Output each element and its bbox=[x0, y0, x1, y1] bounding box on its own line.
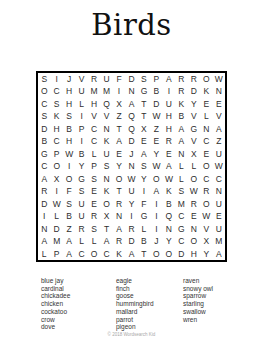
grid-cell-r10c3: F bbox=[63, 185, 75, 197]
grid-cell-r14c13: O bbox=[188, 235, 200, 247]
grid-cell-r9c10: O bbox=[150, 173, 162, 185]
grid-cell-r15c5: O bbox=[88, 248, 100, 260]
grid-cell-r15c9: T bbox=[138, 248, 150, 260]
grid-cell-r11c10: I bbox=[150, 198, 162, 210]
grid-cell-r8c5: P bbox=[88, 160, 100, 172]
grid-cell-r2c10: B bbox=[150, 85, 162, 97]
grid-cell-r2c14: K bbox=[200, 85, 212, 97]
grid-cell-r10c7: T bbox=[113, 185, 125, 197]
word-item: crow bbox=[41, 316, 116, 324]
grid-cell-r2c7: I bbox=[113, 85, 125, 97]
grid-cell-r4c14: L bbox=[200, 110, 212, 122]
word-item: goose bbox=[116, 292, 183, 300]
grid-cell-r3c8: A bbox=[125, 98, 137, 110]
grid-cell-r5c6: N bbox=[100, 123, 112, 135]
grid-cell-r4c7: Z bbox=[113, 110, 125, 122]
grid-cell-r5c3: B bbox=[63, 123, 75, 135]
grid-cell-r13c8: R bbox=[125, 223, 137, 235]
grid-cell-r13c13: N bbox=[188, 223, 200, 235]
grid-cell-r1c5: R bbox=[88, 73, 100, 85]
grid-cell-r7c1: G bbox=[38, 148, 50, 160]
grid-cell-r11c11: B bbox=[163, 198, 175, 210]
grid-cell-r9c2: X bbox=[50, 173, 62, 185]
grid-cell-r11c1: D bbox=[38, 198, 50, 210]
grid-cell-r15c10: O bbox=[150, 248, 162, 260]
grid-cell-r5c10: Z bbox=[150, 123, 162, 135]
grid-cell-r6c11: R bbox=[163, 135, 175, 147]
word-item: dove bbox=[41, 323, 116, 331]
grid-cell-r8c11: A bbox=[163, 160, 175, 172]
grid-cell-r10c10: A bbox=[150, 185, 162, 197]
grid-cell-r10c6: K bbox=[100, 185, 112, 197]
grid-cell-r15c12: D bbox=[175, 248, 187, 260]
grid-cell-r14c7: R bbox=[113, 235, 125, 247]
word-item: blue jay bbox=[41, 277, 116, 285]
word-item: hummingbird bbox=[116, 300, 183, 308]
grid-cell-r3c1: C bbox=[38, 98, 50, 110]
grid-cell-r9c7: O bbox=[113, 173, 125, 185]
grid-cell-r14c15: M bbox=[213, 235, 225, 247]
grid-cell-r13c14: V bbox=[200, 223, 212, 235]
grid-cell-r5c2: H bbox=[50, 123, 62, 135]
grid-cell-r3c14: E bbox=[200, 98, 212, 110]
grid-cell-r13c1: N bbox=[38, 223, 50, 235]
grid-cell-r8c9: S bbox=[138, 160, 150, 172]
grid-cell-r10c15: N bbox=[213, 185, 225, 197]
grid-cell-r15c7: K bbox=[113, 248, 125, 260]
grid-cell-r14c11: Y bbox=[163, 235, 175, 247]
grid-cell-r8c2: O bbox=[50, 160, 62, 172]
grid-cell-r10c2: I bbox=[50, 185, 62, 197]
grid-cell-r4c13: V bbox=[188, 110, 200, 122]
word-list-column-3: ravensnowy owlsparrowstarlingswallowwren bbox=[183, 277, 243, 331]
grid-cell-r3c12: K bbox=[175, 98, 187, 110]
grid-cell-r5c5: C bbox=[88, 123, 100, 135]
grid-cell-r12c15: E bbox=[213, 210, 225, 222]
grid-cell-r1c11: A bbox=[163, 73, 175, 85]
word-item: parrot bbox=[116, 316, 183, 324]
grid-cell-r4c4: I bbox=[75, 110, 87, 122]
word-list: blue jaycardinalchickadeechickencockatoo… bbox=[41, 277, 251, 331]
grid-cell-r6c4: I bbox=[75, 135, 87, 147]
grid-cell-r13c10: I bbox=[150, 223, 162, 235]
grid-cell-r4c1: S bbox=[38, 110, 50, 122]
grid-cell-r15c15: A bbox=[213, 248, 225, 260]
grid-cell-r10c14: R bbox=[200, 185, 212, 197]
grid-cell-r7c4: B bbox=[75, 148, 87, 160]
word-item: starling bbox=[183, 300, 243, 308]
grid-cell-r11c12: M bbox=[175, 198, 187, 210]
grid-cell-r2c4: U bbox=[75, 85, 87, 97]
grid-cell-r1c1: S bbox=[38, 73, 50, 85]
grid-cell-r15c6: C bbox=[100, 248, 112, 260]
grid-cell-r15c14: Y bbox=[200, 248, 212, 260]
word-list-column-2: eaglefinchgoosehummingbirdmallardparrotp… bbox=[116, 277, 183, 331]
grid-cell-r9c1: A bbox=[38, 173, 50, 185]
word-search-grid: SIJVRUFDSPARROWOCHUMMINGBIRDKNCSHLHQXATD… bbox=[36, 71, 227, 262]
grid-cell-r14c5: L bbox=[88, 235, 100, 247]
grid-cell-r5c4: P bbox=[75, 123, 87, 135]
grid-cell-r4c2: K bbox=[50, 110, 62, 122]
grid-cell-r4c3: S bbox=[63, 110, 75, 122]
grid-cell-r3c7: X bbox=[113, 98, 125, 110]
grid-cell-r13c12: G bbox=[175, 223, 187, 235]
grid-cell-r13c2: D bbox=[50, 223, 62, 235]
grid-cell-r15c8: A bbox=[125, 248, 137, 260]
grid-cell-r5c12: A bbox=[175, 123, 187, 135]
grid-cell-r8c7: Y bbox=[113, 160, 125, 172]
grid-cell-r9c14: C bbox=[200, 173, 212, 185]
grid-cell-r5c7: T bbox=[113, 123, 125, 135]
grid-cell-r7c14: E bbox=[200, 148, 212, 160]
grid-cell-r12c5: R bbox=[88, 210, 100, 222]
grid-cell-r6c9: E bbox=[138, 135, 150, 147]
word-item: sparrow bbox=[183, 292, 243, 300]
grid-cell-r6c5: C bbox=[88, 135, 100, 147]
grid-cell-r15c11: O bbox=[163, 248, 175, 260]
grid-cell-r1c3: J bbox=[63, 73, 75, 85]
grid-cell-r7c7: E bbox=[113, 148, 125, 160]
grid-cell-r7c11: E bbox=[163, 148, 175, 160]
grid-cell-r8c12: L bbox=[175, 160, 187, 172]
grid-cell-r9c13: O bbox=[188, 173, 200, 185]
grid-cell-r6c10: E bbox=[150, 135, 162, 147]
grid-cell-r7c5: L bbox=[88, 148, 100, 160]
word-list-column-1: blue jaycardinalchickadeechickencockatoo… bbox=[41, 277, 116, 331]
grid-cell-r13c6: T bbox=[100, 223, 112, 235]
grid-cell-r10c9: I bbox=[138, 185, 150, 197]
word-item: cardinal bbox=[41, 285, 116, 293]
grid-cell-r9c4: G bbox=[75, 173, 87, 185]
grid-cell-r14c9: B bbox=[138, 235, 150, 247]
grid-cell-r14c8: D bbox=[125, 235, 137, 247]
grid-cell-r2c5: M bbox=[88, 85, 100, 97]
grid-cell-r3c15: E bbox=[213, 98, 225, 110]
grid-cell-r10c5: E bbox=[88, 185, 100, 197]
grid-cell-r8c10: W bbox=[150, 160, 162, 172]
grid-cell-r11c4: U bbox=[75, 198, 87, 210]
grid-cell-r4c6: V bbox=[100, 110, 112, 122]
grid-cell-r3c5: H bbox=[88, 98, 100, 110]
grid-cell-r9c11: W bbox=[163, 173, 175, 185]
grid-cell-r1c12: R bbox=[175, 73, 187, 85]
grid-cell-r11c14: O bbox=[200, 198, 212, 210]
grid-cell-r9c9: Y bbox=[138, 173, 150, 185]
word-item: chickadee bbox=[41, 292, 116, 300]
grid-cell-r13c15: U bbox=[213, 223, 225, 235]
grid-cell-r7c13: X bbox=[188, 148, 200, 160]
grid-cell-r7c6: U bbox=[100, 148, 112, 160]
worksheet-page: { "game": "word search", "title": "Birds… bbox=[0, 0, 263, 350]
grid-cell-r2c6: M bbox=[100, 85, 112, 97]
page-title: Birds bbox=[0, 8, 263, 42]
grid-cell-r15c3: A bbox=[63, 248, 75, 260]
grid-cell-r3c13: Y bbox=[188, 98, 200, 110]
grid-cell-r4c11: H bbox=[163, 110, 175, 122]
grid-cell-r12c8: I bbox=[125, 210, 137, 222]
grid-cell-r14c6: A bbox=[100, 235, 112, 247]
grid-cell-r7c12: N bbox=[175, 148, 187, 160]
grid-cell-r13c5: S bbox=[88, 223, 100, 235]
grid-cell-r13c7: A bbox=[113, 223, 125, 235]
grid-cell-r13c3: Z bbox=[63, 223, 75, 235]
grid-cell-r6c12: A bbox=[175, 135, 187, 147]
grid-cell-r13c4: R bbox=[75, 223, 87, 235]
grid-cell-r6c15: Z bbox=[213, 135, 225, 147]
grid-cell-r8c15: W bbox=[213, 160, 225, 172]
grid-cell-r1c15: W bbox=[213, 73, 225, 85]
grid-cell-r12c10: I bbox=[150, 210, 162, 222]
grid-cell-r10c1: R bbox=[38, 185, 50, 197]
grid-cell-r12c7: N bbox=[113, 210, 125, 222]
grid-cell-r6c8: D bbox=[125, 135, 137, 147]
grid-cell-r1c13: R bbox=[188, 73, 200, 85]
grid-cell-r5c8: Q bbox=[125, 123, 137, 135]
grid-cell-r7c8: J bbox=[125, 148, 137, 160]
grid-cell-r2c3: H bbox=[63, 85, 75, 97]
grid-cell-r12c12: C bbox=[175, 210, 187, 222]
grid-cell-r1c8: D bbox=[125, 73, 137, 85]
copyright-footer: © 2018 Wordsearch Kid bbox=[0, 332, 263, 337]
grid-cell-r15c2: P bbox=[50, 248, 62, 260]
grid-cell-r2c9: G bbox=[138, 85, 150, 97]
word-item: mallard bbox=[116, 308, 183, 316]
grid-cell-r7c15: U bbox=[213, 148, 225, 160]
grid-cell-r14c12: C bbox=[175, 235, 187, 247]
grid-cell-r4c5: V bbox=[88, 110, 100, 122]
grid-cell-r11c5: E bbox=[88, 198, 100, 210]
grid-cell-r5c1: D bbox=[38, 123, 50, 135]
grid-cell-r3c4: L bbox=[75, 98, 87, 110]
grid-cell-r10c8: U bbox=[125, 185, 137, 197]
grid-cell-r12c3: B bbox=[63, 210, 75, 222]
grid-cell-r10c11: K bbox=[163, 185, 175, 197]
grid-cell-r9c5: S bbox=[88, 173, 100, 185]
grid-cell-r9c15: C bbox=[213, 173, 225, 185]
grid-cell-r9c3: O bbox=[63, 173, 75, 185]
word-item: raven bbox=[183, 277, 243, 285]
grid-cell-r15c13: H bbox=[188, 248, 200, 260]
grid-cell-r4c8: Q bbox=[125, 110, 137, 122]
grid-cell-r11c3: S bbox=[63, 198, 75, 210]
word-item: snowy owl bbox=[183, 285, 243, 293]
grid-cell-r9c12: L bbox=[175, 173, 187, 185]
grid-cell-r2c11: I bbox=[163, 85, 175, 97]
grid-cell-r3c6: Q bbox=[100, 98, 112, 110]
grid-cell-r11c15: U bbox=[213, 198, 225, 210]
grid-cell-r14c3: A bbox=[63, 235, 75, 247]
grid-cell-r9c8: W bbox=[125, 173, 137, 185]
grid-cell-r4c15: V bbox=[213, 110, 225, 122]
grid-cell-r5c11: H bbox=[163, 123, 175, 135]
grid-cell-r7c9: A bbox=[138, 148, 150, 160]
grid-cell-r1c10: P bbox=[150, 73, 162, 85]
grid-cell-r4c12: B bbox=[175, 110, 187, 122]
grid-cell-r1c4: V bbox=[75, 73, 87, 85]
grid-cell-r6c3: H bbox=[63, 135, 75, 147]
grid-cell-r5c14: N bbox=[200, 123, 212, 135]
grid-cell-r12c14: W bbox=[200, 210, 212, 222]
grid-cell-r3c11: U bbox=[163, 98, 175, 110]
grid-cell-r11c7: R bbox=[113, 198, 125, 210]
grid-cell-r2c8: N bbox=[125, 85, 137, 97]
grid-cell-r13c11: N bbox=[163, 223, 175, 235]
grid-cell-r2c1: O bbox=[38, 85, 50, 97]
grid-cell-r1c2: I bbox=[50, 73, 62, 85]
grid-cell-r3c9: T bbox=[138, 98, 150, 110]
grid-cell-r1c7: F bbox=[113, 73, 125, 85]
grid-cell-r3c3: H bbox=[63, 98, 75, 110]
grid-cell-r6c13: V bbox=[188, 135, 200, 147]
grid-cell-r6c6: K bbox=[100, 135, 112, 147]
grid-cell-r2c12: R bbox=[175, 85, 187, 97]
grid-cell-r2c15: N bbox=[213, 85, 225, 97]
grid-cell-r12c2: L bbox=[50, 210, 62, 222]
grid-cell-r10c4: S bbox=[75, 185, 87, 197]
grid-cell-r10c12: S bbox=[175, 185, 187, 197]
grid-cell-r6c2: C bbox=[50, 135, 62, 147]
grid-cell-r2c2: C bbox=[50, 85, 62, 97]
grid-cell-r14c4: L bbox=[75, 235, 87, 247]
grid-cell-r7c2: P bbox=[50, 148, 62, 160]
grid-cell-r11c6: O bbox=[100, 198, 112, 210]
grid-cell-r5c15: A bbox=[213, 123, 225, 135]
grid-cell-r4c10: W bbox=[150, 110, 162, 122]
grid-cell-r9c6: N bbox=[100, 173, 112, 185]
grid-cell-r14c2: M bbox=[50, 235, 62, 247]
grid-cell-r8c1: C bbox=[38, 160, 50, 172]
grid-cell-r3c2: S bbox=[50, 98, 62, 110]
word-item: pigeon bbox=[116, 323, 183, 331]
grid-cell-r13c9: L bbox=[138, 223, 150, 235]
grid-cell-r1c6: U bbox=[100, 73, 112, 85]
grid-cell-r8c8: N bbox=[125, 160, 137, 172]
grid-cell-r8c4: Y bbox=[75, 160, 87, 172]
grid-cell-r7c10: Y bbox=[150, 148, 162, 160]
grid-cell-r8c14: O bbox=[200, 160, 212, 172]
grid-cell-r12c4: U bbox=[75, 210, 87, 222]
grid-cell-r8c6: S bbox=[100, 160, 112, 172]
grid-cell-r8c13: L bbox=[188, 160, 200, 172]
grid-cell-r11c13: R bbox=[188, 198, 200, 210]
grid-cell-r12c13: E bbox=[188, 210, 200, 222]
grid-cell-r8c3: I bbox=[63, 160, 75, 172]
grid-cell-r1c9: S bbox=[138, 73, 150, 85]
grid-cell-r6c14: C bbox=[200, 135, 212, 147]
grid-cell-r1c14: O bbox=[200, 73, 212, 85]
word-item: chicken bbox=[41, 300, 116, 308]
grid-cell-r12c11: Q bbox=[163, 210, 175, 222]
word-item: eagle bbox=[116, 277, 183, 285]
grid-cell-r15c1: L bbox=[38, 248, 50, 260]
grid-cell-r11c8: Y bbox=[125, 198, 137, 210]
grid-cell-r12c6: X bbox=[100, 210, 112, 222]
grid-cell-r2c13: D bbox=[188, 85, 200, 97]
grid-cell-r14c14: X bbox=[200, 235, 212, 247]
grid-cell-r5c9: X bbox=[138, 123, 150, 135]
grid-cell-r4c9: T bbox=[138, 110, 150, 122]
grid-cell-r10c13: W bbox=[188, 185, 200, 197]
grid-cell-r5c13: G bbox=[188, 123, 200, 135]
grid-cell-r12c1: I bbox=[38, 210, 50, 222]
grid-cell-r3c10: D bbox=[150, 98, 162, 110]
grid-cell-r15c4: C bbox=[75, 248, 87, 260]
word-item: swallow bbox=[183, 308, 243, 316]
grid-cell-r6c1: B bbox=[38, 135, 50, 147]
grid-cell-r14c10: J bbox=[150, 235, 162, 247]
word-item: cockatoo bbox=[41, 308, 116, 316]
grid-cell-r6c7: A bbox=[113, 135, 125, 147]
word-item: wren bbox=[183, 316, 243, 324]
grid-cell-r11c2: W bbox=[50, 198, 62, 210]
grid-cell-r11c9: F bbox=[138, 198, 150, 210]
grid-cell-r14c1: A bbox=[38, 235, 50, 247]
grid-cell-r7c3: W bbox=[63, 148, 75, 160]
grid-cell-r12c9: G bbox=[138, 210, 150, 222]
word-item: finch bbox=[116, 285, 183, 293]
